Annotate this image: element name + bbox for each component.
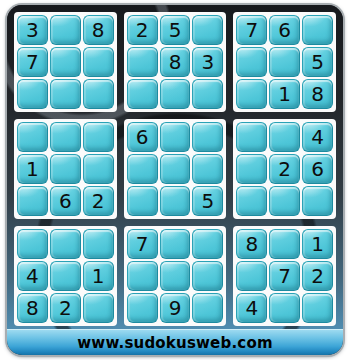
cell-r8c9: 2 <box>302 261 333 291</box>
cell-r8c1: 4 <box>17 261 48 291</box>
cell-r4c9: 4 <box>302 122 333 152</box>
sudoku-widget: 3872583765181626542641827981724 www.sudo… <box>7 5 343 355</box>
box-2-1: 79 <box>124 226 227 326</box>
cell-r3c1[interactable] <box>17 79 48 109</box>
cell-r8c3: 1 <box>83 261 114 291</box>
cell-r8c8: 7 <box>269 261 300 291</box>
cell-r5c2[interactable] <box>50 154 81 184</box>
cell-r2c1: 7 <box>17 47 48 77</box>
cell-r6c1[interactable] <box>17 186 48 216</box>
cell-r3c3[interactable] <box>83 79 114 109</box>
cell-r1c1: 3 <box>17 15 48 45</box>
cell-r7c4: 7 <box>127 229 158 259</box>
box-1-2: 426 <box>233 119 336 219</box>
box-1-1: 65 <box>124 119 227 219</box>
cell-r7c1[interactable] <box>17 229 48 259</box>
sudoku-board: 3872583765181626542641827981724 <box>7 5 343 329</box>
cell-r8c4[interactable] <box>127 261 158 291</box>
box-0-0: 387 <box>14 12 117 112</box>
cell-r5c3[interactable] <box>83 154 114 184</box>
cell-r1c6[interactable] <box>192 15 223 45</box>
cell-r2c9: 5 <box>302 47 333 77</box>
box-2-0: 4182 <box>14 226 117 326</box>
cell-r8c2[interactable] <box>50 261 81 291</box>
cell-r3c8: 1 <box>269 79 300 109</box>
cell-r3c2[interactable] <box>50 79 81 109</box>
cell-r4c3[interactable] <box>83 122 114 152</box>
cell-r4c5[interactable] <box>160 122 191 152</box>
cell-r6c3: 2 <box>83 186 114 216</box>
cell-r2c2[interactable] <box>50 47 81 77</box>
cell-r3c7[interactable] <box>236 79 267 109</box>
cell-r5c6[interactable] <box>192 154 223 184</box>
cell-r2c3[interactable] <box>83 47 114 77</box>
cell-r6c2: 6 <box>50 186 81 216</box>
cell-r4c4: 6 <box>127 122 158 152</box>
cell-r9c3[interactable] <box>83 293 114 323</box>
cell-r2c6: 3 <box>192 47 223 77</box>
cell-r3c4[interactable] <box>127 79 158 109</box>
cell-r5c7[interactable] <box>236 154 267 184</box>
cell-r4c7[interactable] <box>236 122 267 152</box>
cell-r6c7[interactable] <box>236 186 267 216</box>
cell-r2c5: 8 <box>160 47 191 77</box>
cell-r9c7: 4 <box>236 293 267 323</box>
cell-r5c5[interactable] <box>160 154 191 184</box>
box-0-2: 76518 <box>233 12 336 112</box>
cell-r7c6[interactable] <box>192 229 223 259</box>
cell-r1c3: 8 <box>83 15 114 45</box>
cell-r4c2[interactable] <box>50 122 81 152</box>
cell-r1c2[interactable] <box>50 15 81 45</box>
cell-r9c6[interactable] <box>192 293 223 323</box>
cell-r1c4: 2 <box>127 15 158 45</box>
cell-r2c7[interactable] <box>236 47 267 77</box>
cell-r6c9[interactable] <box>302 186 333 216</box>
cell-r6c4[interactable] <box>127 186 158 216</box>
cell-r9c1: 8 <box>17 293 48 323</box>
cell-r4c1[interactable] <box>17 122 48 152</box>
cell-r5c4[interactable] <box>127 154 158 184</box>
website-link[interactable]: www.sudokusweb.com <box>77 334 272 352</box>
cell-r4c6[interactable] <box>192 122 223 152</box>
cell-r8c5[interactable] <box>160 261 191 291</box>
cell-r7c5[interactable] <box>160 229 191 259</box>
cell-r7c8[interactable] <box>269 229 300 259</box>
cell-r1c9[interactable] <box>302 15 333 45</box>
cell-r9c8[interactable] <box>269 293 300 323</box>
cell-r5c1: 1 <box>17 154 48 184</box>
footer-bar: www.sudokusweb.com <box>7 329 343 355</box>
cell-r5c9: 6 <box>302 154 333 184</box>
cell-r9c4[interactable] <box>127 293 158 323</box>
cell-r7c7: 8 <box>236 229 267 259</box>
cell-r3c6[interactable] <box>192 79 223 109</box>
cell-r1c5: 5 <box>160 15 191 45</box>
cell-r9c2: 2 <box>50 293 81 323</box>
cell-r9c9[interactable] <box>302 293 333 323</box>
cell-r3c5[interactable] <box>160 79 191 109</box>
cell-r9c5: 9 <box>160 293 191 323</box>
cell-r2c8[interactable] <box>269 47 300 77</box>
box-0-1: 2583 <box>124 12 227 112</box>
cell-r3c9: 8 <box>302 79 333 109</box>
cell-r5c8: 2 <box>269 154 300 184</box>
cell-r6c8[interactable] <box>269 186 300 216</box>
cell-r8c6[interactable] <box>192 261 223 291</box>
cell-r7c2[interactable] <box>50 229 81 259</box>
cell-r1c7: 7 <box>236 15 267 45</box>
box-2-2: 81724 <box>233 226 336 326</box>
cell-r6c5[interactable] <box>160 186 191 216</box>
box-1-0: 162 <box>14 119 117 219</box>
cell-r6c6: 5 <box>192 186 223 216</box>
cell-r1c8: 6 <box>269 15 300 45</box>
cell-r2c4[interactable] <box>127 47 158 77</box>
cell-r7c3[interactable] <box>83 229 114 259</box>
cell-r4c8[interactable] <box>269 122 300 152</box>
cell-r8c7[interactable] <box>236 261 267 291</box>
cell-r7c9: 1 <box>302 229 333 259</box>
